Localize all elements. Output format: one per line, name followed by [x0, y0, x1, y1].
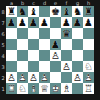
- square-b4[interactable]: [17, 50, 28, 61]
- square-b3[interactable]: [17, 61, 28, 72]
- piece-black-pawn[interactable]: ♟: [83, 17, 94, 28]
- square-c4[interactable]: [28, 50, 39, 61]
- square-b1[interactable]: ♞♘: [17, 83, 28, 94]
- square-e5[interactable]: ♟: [50, 39, 61, 50]
- square-a6[interactable]: [6, 28, 17, 39]
- square-d8[interactable]: [39, 6, 50, 17]
- square-f7[interactable]: ♟: [61, 17, 72, 28]
- square-d3[interactable]: [39, 61, 50, 72]
- piece-white-pawn[interactable]: ♟♙: [72, 72, 83, 83]
- piece-white-queen[interactable]: ♛♕: [39, 83, 50, 94]
- square-h8[interactable]: ♜: [83, 6, 94, 17]
- square-d4[interactable]: [39, 50, 50, 61]
- piece-white-pawn[interactable]: ♟♙: [50, 50, 61, 61]
- square-f3[interactable]: ♟♙: [61, 61, 72, 72]
- piece-white-pawn[interactable]: ♟♙: [61, 61, 72, 72]
- piece-white-knight[interactable]: ♞♘: [83, 61, 94, 72]
- square-a2[interactable]: ♟♙: [6, 72, 17, 83]
- square-e6[interactable]: [50, 28, 61, 39]
- piece-black-pawn[interactable]: ♟: [17, 17, 28, 28]
- square-h7[interactable]: ♟: [83, 17, 94, 28]
- square-a4[interactable]: [6, 50, 17, 61]
- square-h4[interactable]: [83, 50, 94, 61]
- square-f5[interactable]: [61, 39, 72, 50]
- piece-black-pawn[interactable]: ♟: [6, 17, 17, 28]
- square-f1[interactable]: ♝♗: [61, 83, 72, 94]
- square-g5[interactable]: [72, 39, 83, 50]
- square-b6[interactable]: [17, 28, 28, 39]
- square-g2[interactable]: ♟♙: [72, 72, 83, 83]
- piece-black-bishop[interactable]: ♝: [28, 6, 39, 17]
- piece-white-pawn[interactable]: ♟♙: [17, 72, 28, 83]
- square-c8[interactable]: ♝: [28, 6, 39, 17]
- square-c3[interactable]: [28, 61, 39, 72]
- square-g4[interactable]: [72, 50, 83, 61]
- square-h1[interactable]: ♜♖: [83, 83, 94, 94]
- square-h2[interactable]: ♟♙: [83, 72, 94, 83]
- square-e8[interactable]: ♚: [50, 6, 61, 17]
- square-g7[interactable]: ♟: [72, 17, 83, 28]
- square-d6[interactable]: [39, 28, 50, 39]
- square-h6[interactable]: [83, 28, 94, 39]
- piece-white-bishop[interactable]: ♝♗: [28, 83, 39, 94]
- square-b7[interactable]: ♟: [17, 17, 28, 28]
- piece-white-pawn[interactable]: ♟♙: [39, 72, 50, 83]
- square-c6[interactable]: [28, 28, 39, 39]
- square-c5[interactable]: [28, 39, 39, 50]
- square-b8[interactable]: ♞: [17, 6, 28, 17]
- square-g1[interactable]: [72, 83, 83, 94]
- square-b2[interactable]: ♟♙: [17, 72, 28, 83]
- square-f4[interactable]: [61, 50, 72, 61]
- square-h5[interactable]: [83, 39, 94, 50]
- piece-black-knight[interactable]: ♞: [72, 6, 83, 17]
- square-c1[interactable]: ♝♗: [28, 83, 39, 94]
- square-e1[interactable]: ♚♔: [50, 83, 61, 94]
- piece-black-rook[interactable]: ♜: [83, 6, 94, 17]
- chess-board: ♜♞♝♚♝♞♜♟♟♟♟♟♟♟♛♟♟♙♟♙♞♘♟♙♟♙♟♙♟♙♟♙♟♙♜♖♞♘♝♗…: [6, 6, 94, 94]
- square-d5[interactable]: [39, 39, 50, 50]
- piece-white-bishop[interactable]: ♝♗: [61, 83, 72, 94]
- piece-black-pawn[interactable]: ♟: [50, 39, 61, 50]
- square-f6[interactable]: ♛: [61, 28, 72, 39]
- square-f2[interactable]: [61, 72, 72, 83]
- piece-black-queen[interactable]: ♛: [61, 28, 72, 39]
- piece-black-pawn[interactable]: ♟: [72, 17, 83, 28]
- square-d2[interactable]: ♟♙: [39, 72, 50, 83]
- piece-white-rook[interactable]: ♜♖: [83, 83, 94, 94]
- piece-white-pawn[interactable]: ♟♙: [83, 72, 94, 83]
- square-a7[interactable]: ♟: [6, 17, 17, 28]
- square-c7[interactable]: ♟: [28, 17, 39, 28]
- square-h3[interactable]: ♞♘: [83, 61, 94, 72]
- piece-black-knight[interactable]: ♞: [17, 6, 28, 17]
- square-d7[interactable]: ♟: [39, 17, 50, 28]
- square-g3[interactable]: [72, 61, 83, 72]
- piece-black-pawn[interactable]: ♟: [39, 17, 50, 28]
- square-a8[interactable]: ♜: [6, 6, 17, 17]
- square-g6[interactable]: [72, 28, 83, 39]
- piece-black-pawn[interactable]: ♟: [61, 17, 72, 28]
- square-e7[interactable]: [50, 17, 61, 28]
- square-e3[interactable]: [50, 61, 61, 72]
- piece-black-king[interactable]: ♚: [50, 6, 61, 17]
- square-e4[interactable]: ♟♙: [50, 50, 61, 61]
- square-f8[interactable]: ♝: [61, 6, 72, 17]
- piece-white-pawn[interactable]: ♟♙: [6, 72, 17, 83]
- piece-white-knight[interactable]: ♞♘: [17, 83, 28, 94]
- square-a1[interactable]: ♜♖: [6, 83, 17, 94]
- piece-black-rook[interactable]: ♜: [6, 6, 17, 17]
- chess-board-frame: abcdefgh 87654321 ♜♞♝♚♝♞♜♟♟♟♟♟♟♟♛♟♟♙♟♙♞♘…: [0, 0, 100, 100]
- piece-black-bishop[interactable]: ♝: [61, 6, 72, 17]
- square-a3[interactable]: [6, 61, 17, 72]
- square-e2[interactable]: [50, 72, 61, 83]
- square-d1[interactable]: ♛♕: [39, 83, 50, 94]
- square-b5[interactable]: [17, 39, 28, 50]
- piece-white-king[interactable]: ♚♔: [50, 83, 61, 94]
- square-c2[interactable]: ♟♙: [28, 72, 39, 83]
- piece-white-rook[interactable]: ♜♖: [6, 83, 17, 94]
- piece-black-pawn[interactable]: ♟: [28, 17, 39, 28]
- piece-white-pawn[interactable]: ♟♙: [28, 72, 39, 83]
- square-a5[interactable]: [6, 39, 17, 50]
- square-g8[interactable]: ♞: [72, 6, 83, 17]
